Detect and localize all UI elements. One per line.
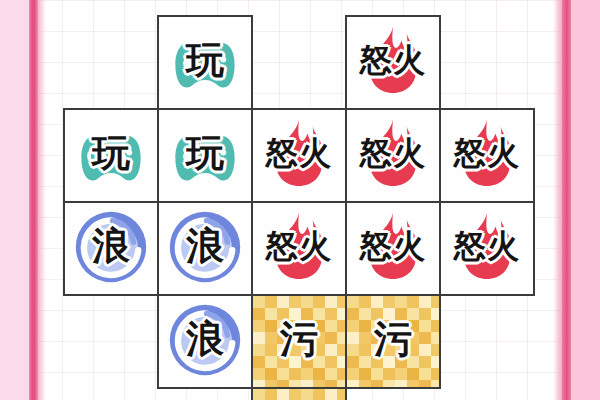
tile-label: 玩 [186,35,224,86]
tile-label: 怒火 [360,39,426,83]
tile-label: 怒火 [360,132,426,176]
tile-label: 怒火 [266,225,332,269]
game-board-screen: ♥ ♥ ♥ 玩 怒火 [0,0,600,400]
left-frame-pale [0,0,30,400]
tile-label: 玩 [92,128,130,179]
tile-r2c2-play[interactable]: 玩 [157,108,253,203]
tile-label: 怒火 [360,225,426,269]
tile-r3c4-rage[interactable]: 怒火 [345,201,441,296]
tile-r2c1-play[interactable]: 玩 [63,108,159,203]
tile-label: 玩 [186,128,224,179]
tile-label: 浪 [186,314,224,365]
right-frame-pale [571,0,600,400]
mosaic-tile [253,389,345,400]
tile-r1c2-play[interactable]: 玩 [157,15,253,110]
tile-label: 浪 [186,221,224,272]
tile-r3c2-wave[interactable]: 浪 [157,201,253,296]
tile-r3c5-rage[interactable]: 怒火 [439,201,535,296]
tile-r2c3-rage[interactable]: 怒火 [251,108,347,203]
tile-r3c1-wave[interactable]: 浪 [63,201,159,296]
tile-label: 怒火 [266,132,332,176]
left-frame-stripe [29,0,38,400]
tile-r4c4-dirty[interactable]: 污 [345,294,441,389]
tile-r2c5-rage[interactable]: 怒火 [439,108,535,203]
tile-r5c3-dirty-partial[interactable] [251,387,347,400]
tile-label: 污 [280,314,318,365]
tile-label: 污 [374,314,412,365]
tile-r1c4-rage[interactable]: 怒火 [345,15,441,110]
tile-r2c4-rage[interactable]: 怒火 [345,108,441,203]
tile-label: 怒火 [454,132,520,176]
tile-label: 浪 [92,221,130,272]
left-frame-fade [38,0,46,400]
tile-label: 怒火 [454,225,520,269]
tile-r3c3-rage[interactable]: 怒火 [251,201,347,296]
right-frame-fade [553,0,562,400]
tile-r4c2-wave[interactable]: 浪 [157,294,253,389]
tile-r4c3-dirty[interactable]: 污 [251,294,347,389]
